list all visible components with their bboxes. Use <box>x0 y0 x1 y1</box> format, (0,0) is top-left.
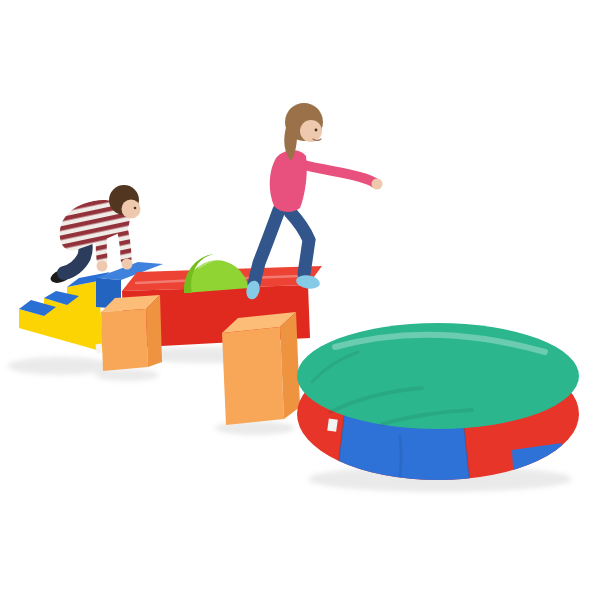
girl-eye <box>315 129 318 132</box>
mat-tag <box>327 419 338 432</box>
staircase-shadow <box>8 357 112 375</box>
girl-front-arm <box>300 164 375 183</box>
orange-cube-right <box>222 312 300 425</box>
boy-face <box>122 200 141 219</box>
boy-striped-arm-near <box>119 216 126 259</box>
staircase-tag <box>95 344 102 354</box>
boy-hand-far <box>97 261 108 272</box>
left-cube-front <box>101 309 148 371</box>
staircase-body <box>19 281 104 352</box>
soft-play-scene <box>0 0 600 600</box>
boy-hand-near <box>122 259 133 270</box>
boy-eye <box>134 207 137 210</box>
right-cube-front <box>222 327 284 425</box>
product-photo: Two young children playing on a colourfu… <box>0 0 600 600</box>
green-half-cylinder <box>184 254 249 293</box>
mat-band-crease <box>400 436 401 476</box>
girl-front-hand <box>372 179 383 190</box>
round-crash-mat <box>297 323 579 486</box>
girl-face <box>300 120 322 142</box>
orange-cube-left <box>101 295 162 371</box>
boy-striped-arm-far <box>101 218 103 259</box>
girl-front-leg <box>290 212 309 274</box>
